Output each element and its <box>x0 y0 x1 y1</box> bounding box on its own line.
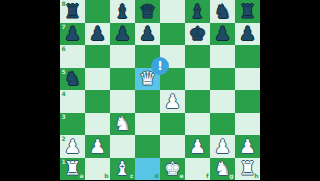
square-g3[interactable] <box>210 113 235 136</box>
white-pawn: ♟ <box>239 137 256 156</box>
file-label-f: f <box>206 173 209 179</box>
rank-label-5: 5 <box>62 69 66 75</box>
rank-label-3: 3 <box>62 114 66 120</box>
square-d2[interactable] <box>135 135 160 158</box>
square-b7[interactable]: ♟ <box>85 23 110 46</box>
square-f4[interactable] <box>185 90 210 113</box>
white-rook: ♜ <box>239 159 256 178</box>
black-pawn: ♟ <box>239 24 256 43</box>
square-c6[interactable] <box>110 45 135 68</box>
square-g5[interactable] <box>210 68 235 91</box>
square-c8[interactable]: ♝ <box>110 0 135 23</box>
square-c4[interactable] <box>110 90 135 113</box>
white-knight: ♞ <box>114 114 131 133</box>
square-c3[interactable]: ♞ <box>110 113 135 136</box>
square-b3[interactable] <box>85 113 110 136</box>
square-a7[interactable]: ♟7 <box>60 23 85 46</box>
square-d3[interactable] <box>135 113 160 136</box>
square-e1[interactable]: ♚e <box>160 158 185 181</box>
square-h4[interactable] <box>235 90 260 113</box>
rank-label-7: 7 <box>62 24 66 30</box>
black-pawn: ♟ <box>139 24 156 43</box>
square-g1[interactable]: ♞g <box>210 158 235 181</box>
square-h8[interactable]: ♜ <box>235 0 260 23</box>
square-h6[interactable] <box>235 45 260 68</box>
black-pawn: ♟ <box>214 24 231 43</box>
square-d8[interactable]: ♛ <box>135 0 160 23</box>
black-rook: ♜ <box>239 2 256 21</box>
square-h1[interactable]: ♜h <box>235 158 260 181</box>
white-pawn: ♟ <box>189 137 206 156</box>
square-c1[interactable]: ♝c <box>110 158 135 181</box>
black-rook: ♜ <box>64 2 81 21</box>
black-bishop: ♝ <box>189 2 206 21</box>
white-king: ♚ <box>164 159 181 178</box>
square-b5[interactable] <box>85 68 110 91</box>
rank-label-4: 4 <box>62 91 66 97</box>
square-a5[interactable]: ♞5 <box>60 68 85 91</box>
black-pawn: ♟ <box>89 24 106 43</box>
square-f1[interactable]: f <box>185 158 210 181</box>
square-f2[interactable]: ♟ <box>185 135 210 158</box>
file-label-a: a <box>79 173 83 179</box>
square-a4[interactable]: 4 <box>60 90 85 113</box>
square-e7[interactable] <box>160 23 185 46</box>
square-b4[interactable] <box>85 90 110 113</box>
square-a6[interactable]: 6 <box>60 45 85 68</box>
file-label-e: e <box>179 173 183 179</box>
rank-label-2: 2 <box>62 136 66 142</box>
square-h7[interactable]: ♟ <box>235 23 260 46</box>
square-e4[interactable]: ♟ <box>160 90 185 113</box>
black-pawn: ♟ <box>114 24 131 43</box>
black-knight: ♞ <box>214 2 231 21</box>
file-label-c: c <box>130 173 134 179</box>
square-d1[interactable]: d <box>135 158 160 181</box>
white-pawn: ♟ <box>164 92 181 111</box>
square-d4[interactable] <box>135 90 160 113</box>
square-g8[interactable]: ♞ <box>210 0 235 23</box>
square-a8[interactable]: ♜8 <box>60 0 85 23</box>
square-f6[interactable] <box>185 45 210 68</box>
square-b1[interactable]: b <box>85 158 110 181</box>
square-b8[interactable] <box>85 0 110 23</box>
square-f8[interactable]: ♝ <box>185 0 210 23</box>
black-knight: ♞ <box>64 69 81 88</box>
square-g6[interactable] <box>210 45 235 68</box>
square-b2[interactable]: ♟ <box>85 135 110 158</box>
file-label-d: d <box>154 173 158 179</box>
square-a1[interactable]: ♜1a <box>60 158 85 181</box>
square-h5[interactable] <box>235 68 260 91</box>
square-a2[interactable]: ♟2 <box>60 135 85 158</box>
rank-label-8: 8 <box>62 1 66 7</box>
square-f5[interactable] <box>185 68 210 91</box>
square-a3[interactable]: 3 <box>60 113 85 136</box>
file-label-b: b <box>104 173 108 179</box>
square-g2[interactable]: ♟ <box>210 135 235 158</box>
white-knight: ♞ <box>214 159 231 178</box>
square-c5[interactable] <box>110 68 135 91</box>
white-pawn: ♟ <box>64 137 81 156</box>
square-e2[interactable] <box>160 135 185 158</box>
chess-board: ♜8♝♛♝♞♜♟7♟♟♟♚♟♟6♞5♛4♟3♞♟2♟♟♟♟♜1ab♝cd♚ef♞… <box>60 0 260 180</box>
great-move-badge: ! <box>151 57 169 75</box>
square-d7[interactable]: ♟ <box>135 23 160 46</box>
file-label-h: h <box>254 173 258 179</box>
square-e8[interactable] <box>160 0 185 23</box>
black-queen: ♛ <box>139 2 156 21</box>
file-label-g: g <box>229 173 233 179</box>
square-g7[interactable]: ♟ <box>210 23 235 46</box>
rank-label-6: 6 <box>62 46 66 52</box>
white-pawn: ♟ <box>89 137 106 156</box>
square-f3[interactable] <box>185 113 210 136</box>
square-g4[interactable] <box>210 90 235 113</box>
black-bishop: ♝ <box>114 2 131 21</box>
square-e3[interactable] <box>160 113 185 136</box>
square-c7[interactable]: ♟ <box>110 23 135 46</box>
square-b6[interactable] <box>85 45 110 68</box>
white-rook: ♜ <box>64 159 81 178</box>
white-pawn: ♟ <box>214 137 231 156</box>
white-bishop: ♝ <box>114 159 131 178</box>
annotation-symbol: ! <box>157 60 162 72</box>
black-king: ♚ <box>189 24 206 43</box>
square-h3[interactable] <box>235 113 260 136</box>
square-f7[interactable]: ♚ <box>185 23 210 46</box>
black-pawn: ♟ <box>64 24 81 43</box>
video-frame: ♜8♝♛♝♞♜♟7♟♟♟♚♟♟6♞5♛4♟3♞♟2♟♟♟♟♜1ab♝cd♚ef♞… <box>0 0 320 180</box>
square-c2[interactable] <box>110 135 135 158</box>
square-h2[interactable]: ♟ <box>235 135 260 158</box>
rank-label-1: 1 <box>62 159 66 165</box>
